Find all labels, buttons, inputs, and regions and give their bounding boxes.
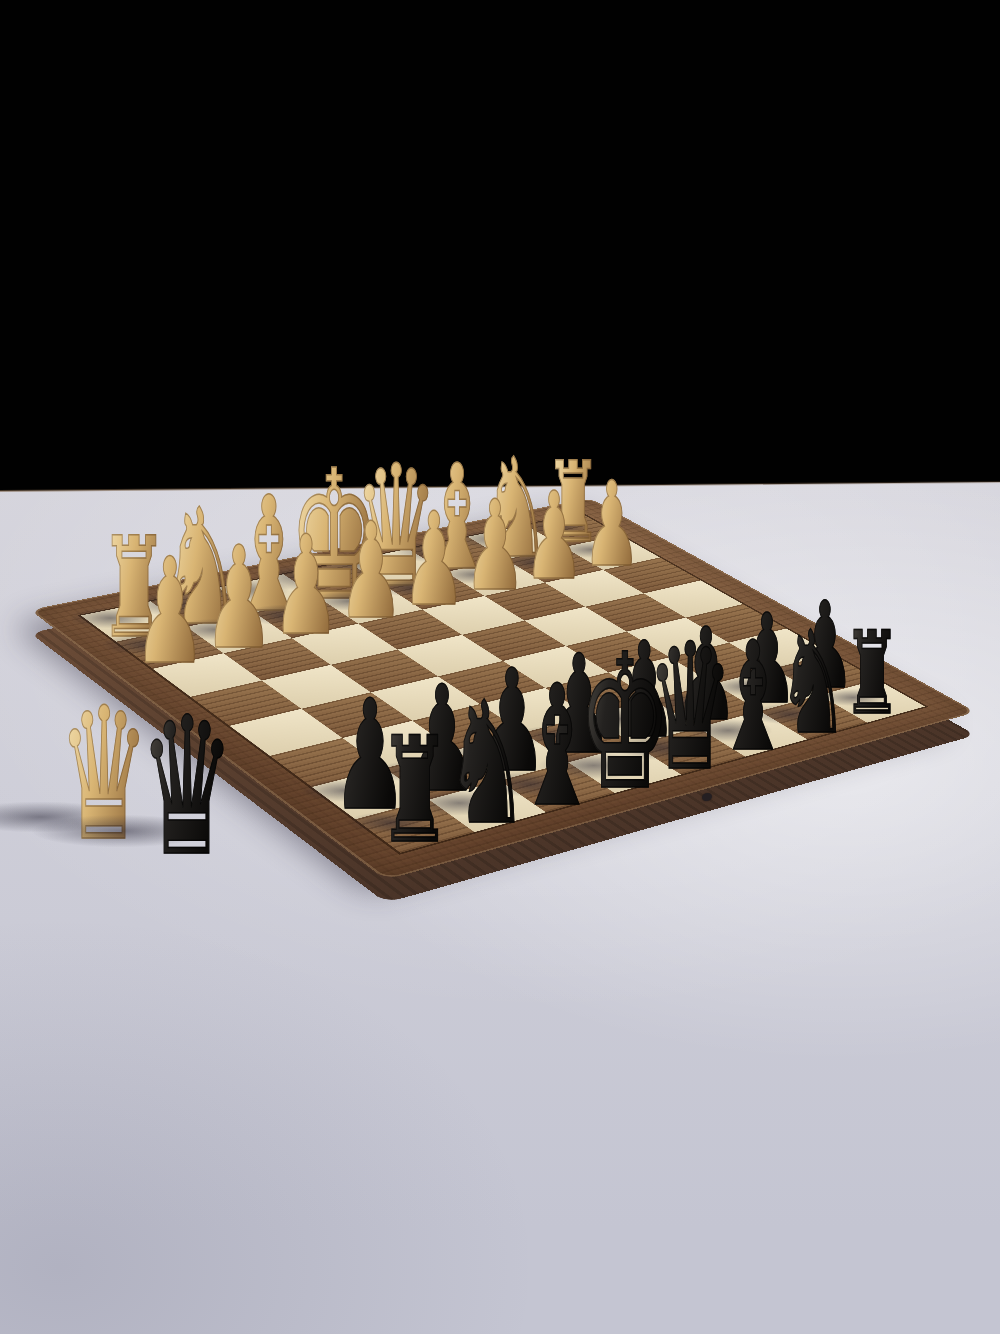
pawn-glyph: ♟ [338, 506, 404, 638]
piece-black-rook-h8[interactable]: ♜ [371, 755, 458, 852]
rook-glyph: ♜ [378, 718, 451, 864]
piece-white-pawn-h2[interactable]: ♟ [126, 577, 213, 674]
piece-black-queen[interactable]: ♛ [130, 740, 244, 867]
pieces-layer: ♜♞♝♛♚♝♞♜♟♟♟♟♟♟♟♟♟♟♟♟♟♟♟♟♜♞♝♛♚♝♞♜♛♛ [0, 0, 1000, 1334]
pawn-glyph: ♟ [272, 517, 341, 654]
pawn-glyph: ♟ [133, 540, 206, 686]
pawn-glyph: ♟ [402, 496, 466, 624]
pawn-glyph: ♟ [524, 476, 585, 597]
pawn-glyph: ♟ [464, 486, 526, 610]
queen-glyph: ♛ [139, 692, 235, 883]
pawn-glyph: ♟ [582, 466, 641, 583]
pawn-glyph: ♟ [204, 528, 275, 669]
